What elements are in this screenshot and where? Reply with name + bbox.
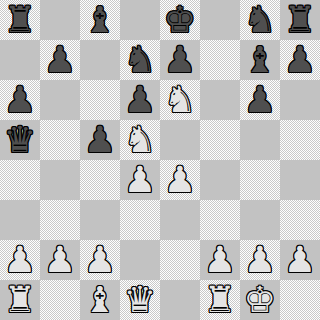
square-f3[interactable] xyxy=(200,200,240,240)
square-e6[interactable]: ♞ xyxy=(160,80,200,120)
square-c1[interactable]: ♝ xyxy=(80,280,120,320)
square-f5[interactable] xyxy=(200,120,240,160)
square-e2[interactable] xyxy=(160,240,200,280)
square-f4[interactable] xyxy=(200,160,240,200)
piece-white-bishop[interactable]: ♝ xyxy=(84,280,116,320)
square-b2[interactable]: ♟ xyxy=(40,240,80,280)
square-e7[interactable]: ♟ xyxy=(160,40,200,80)
square-d2[interactable] xyxy=(120,240,160,280)
chess-board: ♜♝♚♞♜♟♞♟♝♟♟♟♞♟♛♟♞♟♟♟♟♟♟♟♟♜♝♛♜♚ xyxy=(0,0,320,320)
square-a7[interactable] xyxy=(0,40,40,80)
square-a3[interactable] xyxy=(0,200,40,240)
square-e5[interactable] xyxy=(160,120,200,160)
piece-black-queen[interactable]: ♛ xyxy=(4,120,36,160)
square-g2[interactable]: ♟ xyxy=(240,240,280,280)
square-a2[interactable]: ♟ xyxy=(0,240,40,280)
square-b4[interactable] xyxy=(40,160,80,200)
piece-black-bishop[interactable]: ♝ xyxy=(244,40,276,80)
square-f8[interactable] xyxy=(200,0,240,40)
square-c3[interactable] xyxy=(80,200,120,240)
piece-white-rook[interactable]: ♜ xyxy=(204,280,236,320)
piece-black-pawn[interactable]: ♟ xyxy=(84,120,116,160)
square-d1[interactable]: ♛ xyxy=(120,280,160,320)
square-h3[interactable] xyxy=(280,200,320,240)
piece-white-pawn[interactable]: ♟ xyxy=(4,240,36,280)
square-f7[interactable] xyxy=(200,40,240,80)
square-d8[interactable] xyxy=(120,0,160,40)
square-c2[interactable]: ♟ xyxy=(80,240,120,280)
square-c5[interactable]: ♟ xyxy=(80,120,120,160)
piece-white-pawn[interactable]: ♟ xyxy=(284,240,316,280)
square-g5[interactable] xyxy=(240,120,280,160)
square-f1[interactable]: ♜ xyxy=(200,280,240,320)
piece-black-pawn[interactable]: ♟ xyxy=(244,80,276,120)
square-d4[interactable]: ♟ xyxy=(120,160,160,200)
square-b3[interactable] xyxy=(40,200,80,240)
square-h4[interactable] xyxy=(280,160,320,200)
square-d3[interactable] xyxy=(120,200,160,240)
square-h2[interactable]: ♟ xyxy=(280,240,320,280)
square-e4[interactable]: ♟ xyxy=(160,160,200,200)
piece-white-pawn[interactable]: ♟ xyxy=(44,240,76,280)
piece-black-bishop[interactable]: ♝ xyxy=(84,0,116,40)
piece-black-rook[interactable]: ♜ xyxy=(284,0,316,40)
square-b5[interactable] xyxy=(40,120,80,160)
square-f2[interactable]: ♟ xyxy=(200,240,240,280)
square-a8[interactable]: ♜ xyxy=(0,0,40,40)
square-d5[interactable]: ♞ xyxy=(120,120,160,160)
piece-white-pawn[interactable]: ♟ xyxy=(124,160,156,200)
square-g7[interactable]: ♝ xyxy=(240,40,280,80)
piece-white-pawn[interactable]: ♟ xyxy=(204,240,236,280)
square-b1[interactable] xyxy=(40,280,80,320)
piece-black-pawn[interactable]: ♟ xyxy=(284,40,316,80)
square-e8[interactable]: ♚ xyxy=(160,0,200,40)
square-a5[interactable]: ♛ xyxy=(0,120,40,160)
square-b7[interactable]: ♟ xyxy=(40,40,80,80)
square-d6[interactable]: ♟ xyxy=(120,80,160,120)
piece-black-pawn[interactable]: ♟ xyxy=(164,40,196,80)
piece-black-pawn[interactable]: ♟ xyxy=(124,80,156,120)
piece-white-pawn[interactable]: ♟ xyxy=(244,240,276,280)
piece-white-king[interactable]: ♚ xyxy=(244,280,276,320)
square-c7[interactable] xyxy=(80,40,120,80)
square-e3[interactable] xyxy=(160,200,200,240)
piece-black-knight[interactable]: ♞ xyxy=(244,0,276,40)
square-g3[interactable] xyxy=(240,200,280,240)
square-c6[interactable] xyxy=(80,80,120,120)
square-h8[interactable]: ♜ xyxy=(280,0,320,40)
square-g6[interactable]: ♟ xyxy=(240,80,280,120)
square-g8[interactable]: ♞ xyxy=(240,0,280,40)
square-h7[interactable]: ♟ xyxy=(280,40,320,80)
piece-black-knight[interactable]: ♞ xyxy=(124,40,156,80)
piece-white-rook[interactable]: ♜ xyxy=(4,280,36,320)
piece-black-king[interactable]: ♚ xyxy=(164,0,196,40)
square-c8[interactable]: ♝ xyxy=(80,0,120,40)
square-b8[interactable] xyxy=(40,0,80,40)
piece-white-pawn[interactable]: ♟ xyxy=(84,240,116,280)
square-a1[interactable]: ♜ xyxy=(0,280,40,320)
piece-black-pawn[interactable]: ♟ xyxy=(4,80,36,120)
square-d7[interactable]: ♞ xyxy=(120,40,160,80)
piece-white-pawn[interactable]: ♟ xyxy=(164,160,196,200)
piece-white-queen[interactable]: ♛ xyxy=(124,280,156,320)
piece-white-knight[interactable]: ♞ xyxy=(124,120,156,160)
square-h1[interactable] xyxy=(280,280,320,320)
piece-black-rook[interactable]: ♜ xyxy=(4,0,36,40)
square-a6[interactable]: ♟ xyxy=(0,80,40,120)
square-g1[interactable]: ♚ xyxy=(240,280,280,320)
piece-white-knight[interactable]: ♞ xyxy=(164,80,196,120)
square-h6[interactable] xyxy=(280,80,320,120)
square-a4[interactable] xyxy=(0,160,40,200)
square-e1[interactable] xyxy=(160,280,200,320)
piece-black-pawn[interactable]: ♟ xyxy=(44,40,76,80)
square-f6[interactable] xyxy=(200,80,240,120)
square-g4[interactable] xyxy=(240,160,280,200)
square-c4[interactable] xyxy=(80,160,120,200)
square-h5[interactable] xyxy=(280,120,320,160)
square-b6[interactable] xyxy=(40,80,80,120)
